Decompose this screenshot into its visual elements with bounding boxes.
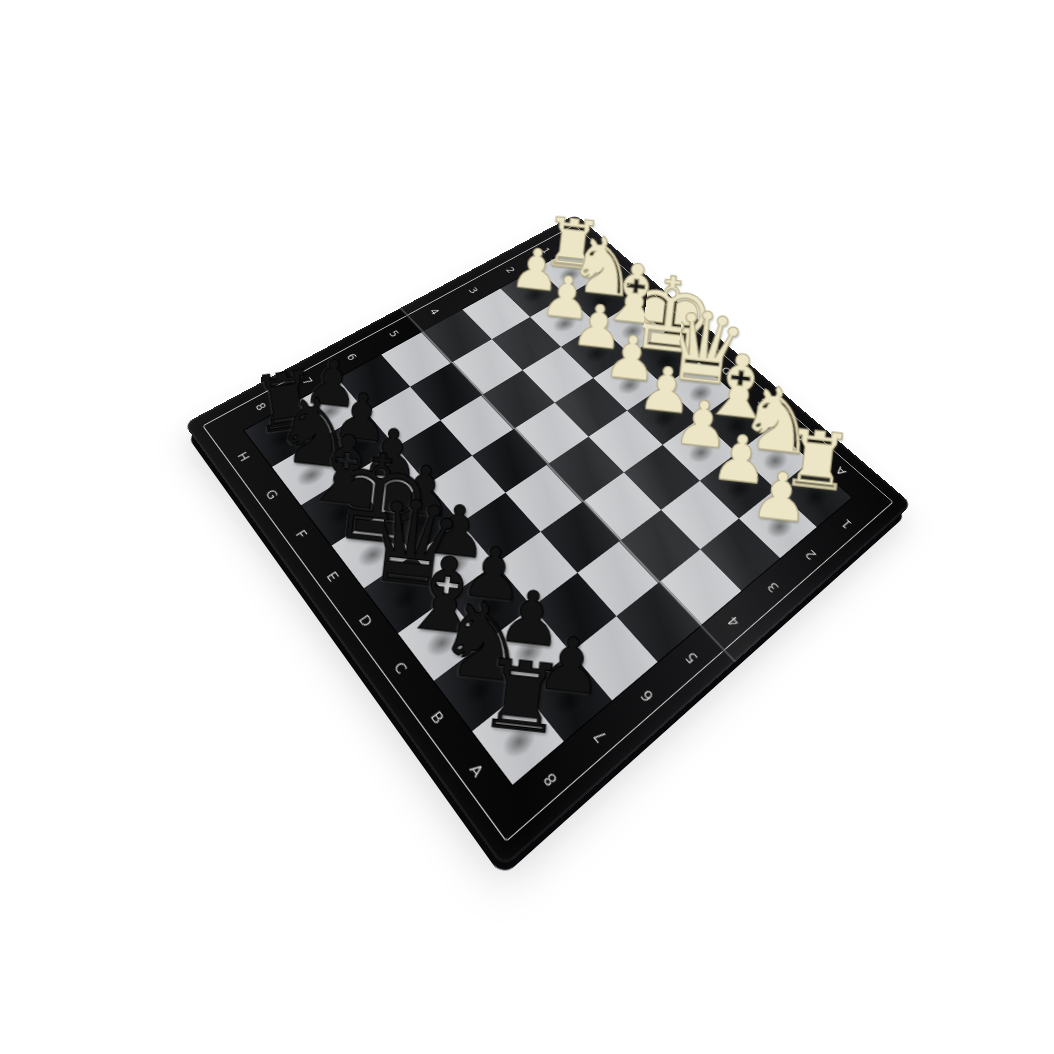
rank-label-3: 3	[461, 282, 486, 300]
file-label-h: H	[585, 248, 609, 265]
rank-label-1: 1	[534, 242, 558, 259]
file-label-g: G	[615, 274, 639, 292]
piece-shadow	[755, 506, 804, 549]
rank-label-6: 6	[338, 347, 364, 367]
photo-scene: HGFEDCBA HGFEDCBA 87654321 87654321 ♜♞♝♛…	[0, 0, 1054, 1054]
rank-label-5: 5	[381, 324, 407, 344]
piece-shadow	[501, 627, 557, 679]
rank-label-4: 4	[422, 302, 447, 321]
camera-roll-wrapper: HGFEDCBA HGFEDCBA 87654321 87654321 ♜♞♝♛…	[0, 0, 1054, 1054]
rank-label-2: 2	[498, 262, 522, 279]
piece-shadow	[540, 674, 597, 729]
piece-shadow	[395, 501, 447, 545]
piece-shadow	[450, 664, 508, 719]
file-label-f: F	[647, 302, 672, 320]
piece-shadow	[464, 583, 518, 632]
chess-board: HGFEDCBA HGFEDCBA 87654321 87654321 ♜♞♝♛…	[184, 214, 912, 868]
